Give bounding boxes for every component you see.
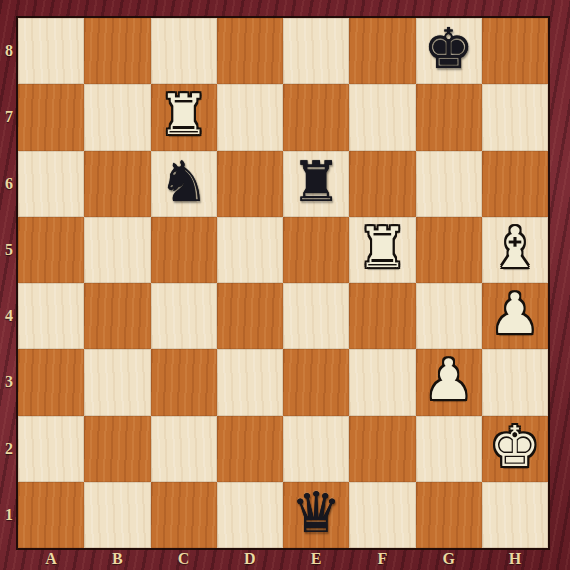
rank-label-5: 5 — [0, 217, 18, 283]
square-c8[interactable] — [151, 18, 217, 84]
file-label-f: F — [349, 548, 415, 570]
square-b2[interactable] — [84, 416, 150, 482]
rank-labels: 8 7 6 5 4 3 2 1 — [0, 18, 18, 548]
piece-black-king[interactable]: ♚ — [424, 21, 474, 77]
square-c2[interactable] — [151, 416, 217, 482]
square-d5[interactable] — [217, 217, 283, 283]
rank-label-7: 7 — [0, 84, 18, 150]
square-c4[interactable] — [151, 283, 217, 349]
square-b4[interactable] — [84, 283, 150, 349]
piece-white-bishop[interactable]: ♝ — [490, 220, 540, 276]
square-d4[interactable] — [217, 283, 283, 349]
square-a7[interactable] — [18, 84, 84, 150]
square-h5[interactable]: ♝ — [482, 217, 548, 283]
square-b5[interactable] — [84, 217, 150, 283]
piece-white-pawn[interactable]: ♟ — [490, 286, 540, 342]
piece-white-pawn[interactable]: ♟ — [424, 352, 474, 408]
square-g7[interactable] — [416, 84, 482, 150]
square-a2[interactable] — [18, 416, 84, 482]
square-g8[interactable]: ♚ — [416, 18, 482, 84]
square-a6[interactable] — [18, 151, 84, 217]
square-c3[interactable] — [151, 349, 217, 415]
file-label-b: B — [84, 548, 150, 570]
square-e5[interactable] — [283, 217, 349, 283]
square-h2[interactable]: ♚ — [482, 416, 548, 482]
square-f7[interactable] — [349, 84, 415, 150]
square-g4[interactable] — [416, 283, 482, 349]
square-h7[interactable] — [482, 84, 548, 150]
square-e4[interactable] — [283, 283, 349, 349]
piece-white-rook[interactable]: ♜ — [357, 220, 407, 276]
square-h4[interactable]: ♟ — [482, 283, 548, 349]
square-f3[interactable] — [349, 349, 415, 415]
piece-white-rook[interactable]: ♜ — [159, 87, 209, 143]
square-f1[interactable] — [349, 482, 415, 548]
file-labels: A B C D E F G H — [18, 548, 548, 570]
file-label-h: H — [482, 548, 548, 570]
square-g6[interactable] — [416, 151, 482, 217]
square-g2[interactable] — [416, 416, 482, 482]
square-c6[interactable]: ♞ — [151, 151, 217, 217]
piece-black-queen[interactable]: ♛ — [291, 485, 341, 541]
piece-white-king[interactable]: ♚ — [490, 419, 540, 475]
square-g3[interactable]: ♟ — [416, 349, 482, 415]
rank-label-2: 2 — [0, 416, 18, 482]
square-e3[interactable] — [283, 349, 349, 415]
file-label-g: G — [416, 548, 482, 570]
square-d3[interactable] — [217, 349, 283, 415]
square-a4[interactable] — [18, 283, 84, 349]
file-label-a: A — [18, 548, 84, 570]
square-a3[interactable] — [18, 349, 84, 415]
piece-black-knight[interactable]: ♞ — [159, 154, 209, 210]
square-h8[interactable] — [482, 18, 548, 84]
file-label-e: E — [283, 548, 349, 570]
file-label-d: D — [217, 548, 283, 570]
square-f2[interactable] — [349, 416, 415, 482]
square-b8[interactable] — [84, 18, 150, 84]
square-f4[interactable] — [349, 283, 415, 349]
file-label-c: C — [151, 548, 217, 570]
square-c7[interactable]: ♜ — [151, 84, 217, 150]
piece-black-rook[interactable]: ♜ — [291, 154, 341, 210]
rank-label-6: 6 — [0, 151, 18, 217]
square-b3[interactable] — [84, 349, 150, 415]
square-b6[interactable] — [84, 151, 150, 217]
square-d8[interactable] — [217, 18, 283, 84]
square-f5[interactable]: ♜ — [349, 217, 415, 283]
square-c1[interactable] — [151, 482, 217, 548]
square-d1[interactable] — [217, 482, 283, 548]
square-d6[interactable] — [217, 151, 283, 217]
square-d2[interactable] — [217, 416, 283, 482]
square-g1[interactable] — [416, 482, 482, 548]
rank-label-3: 3 — [0, 349, 18, 415]
square-h3[interactable] — [482, 349, 548, 415]
square-f8[interactable] — [349, 18, 415, 84]
square-f6[interactable] — [349, 151, 415, 217]
square-h1[interactable] — [482, 482, 548, 548]
square-e2[interactable] — [283, 416, 349, 482]
square-b1[interactable] — [84, 482, 150, 548]
square-e7[interactable] — [283, 84, 349, 150]
square-a5[interactable] — [18, 217, 84, 283]
square-d7[interactable] — [217, 84, 283, 150]
square-c5[interactable] — [151, 217, 217, 283]
rank-label-8: 8 — [0, 18, 18, 84]
square-e8[interactable] — [283, 18, 349, 84]
chessboard-frame: 8 7 6 5 4 3 2 1 ♚♜♞♜♜♝♟♟♚♛ A B C D E F G… — [0, 0, 570, 570]
square-e6[interactable]: ♜ — [283, 151, 349, 217]
rank-label-1: 1 — [0, 482, 18, 548]
square-h6[interactable] — [482, 151, 548, 217]
square-g5[interactable] — [416, 217, 482, 283]
square-a1[interactable] — [18, 482, 84, 548]
chessboard: ♚♜♞♜♜♝♟♟♚♛ — [18, 18, 548, 548]
square-e1[interactable]: ♛ — [283, 482, 349, 548]
square-a8[interactable] — [18, 18, 84, 84]
rank-label-4: 4 — [0, 283, 18, 349]
square-b7[interactable] — [84, 84, 150, 150]
